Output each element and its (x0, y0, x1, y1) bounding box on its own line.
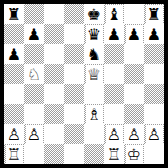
piece-black-rook: ♜ (6, 5, 23, 24)
square-f1[interactable]: ♖ (104, 144, 124, 164)
square-b2[interactable]: ♙ (24, 124, 44, 144)
piece-black-pawn: ♟ (126, 25, 143, 44)
square-a8[interactable]: ♜ (4, 4, 24, 24)
piece-black-knight: ♞ (86, 45, 103, 64)
square-g7[interactable]: ♟ (124, 24, 144, 44)
square-b3[interactable] (24, 104, 44, 124)
piece-black-pawn: ♟ (146, 25, 163, 44)
square-f2[interactable]: ♙ (104, 124, 124, 144)
square-d4[interactable] (64, 84, 84, 104)
square-g6[interactable] (124, 44, 144, 64)
square-e1[interactable] (84, 144, 104, 164)
square-b7[interactable]: ♟ (24, 24, 44, 44)
square-a7[interactable] (4, 24, 24, 44)
square-e7[interactable]: ♛ (84, 24, 104, 44)
square-c8[interactable] (44, 4, 64, 24)
piece-black-queen: ♛ (86, 25, 103, 44)
square-a6[interactable]: ♟ (4, 44, 24, 64)
square-e5[interactable]: ♕ (84, 64, 104, 84)
square-f3[interactable] (104, 104, 124, 124)
piece-white-king: ♔ (126, 145, 143, 164)
square-f8[interactable]: ♝ (104, 4, 124, 24)
square-c1[interactable] (44, 144, 64, 164)
square-h3[interactable] (144, 104, 164, 124)
square-c6[interactable] (44, 44, 64, 64)
square-a4[interactable] (4, 84, 24, 104)
square-h8[interactable]: ♜ (144, 4, 164, 24)
square-f6[interactable] (104, 44, 124, 64)
square-g8[interactable] (124, 4, 144, 24)
piece-white-bishop: ♗ (86, 105, 103, 124)
piece-black-king: ♚ (86, 5, 103, 24)
square-b4[interactable] (24, 84, 44, 104)
square-d7[interactable] (64, 24, 84, 44)
square-e8[interactable]: ♚ (84, 4, 104, 24)
square-d2[interactable] (64, 124, 84, 144)
square-a2[interactable]: ♙ (4, 124, 24, 144)
square-b5[interactable]: ♘ (24, 64, 44, 84)
piece-white-pawn: ♙ (26, 125, 43, 144)
square-b8[interactable] (24, 4, 44, 24)
square-d8[interactable] (64, 4, 84, 24)
square-a1[interactable]: ♖ (4, 144, 24, 164)
piece-white-rook: ♖ (106, 145, 123, 164)
square-e4[interactable] (84, 84, 104, 104)
square-c4[interactable] (44, 84, 64, 104)
piece-white-pawn: ♙ (146, 125, 163, 144)
square-f5[interactable] (104, 64, 124, 84)
square-d6[interactable] (64, 44, 84, 64)
square-e6[interactable]: ♞ (84, 44, 104, 64)
square-h5[interactable] (144, 64, 164, 84)
square-e2[interactable] (84, 124, 104, 144)
piece-black-pawn: ♟ (106, 25, 123, 44)
piece-black-rook: ♜ (146, 5, 163, 24)
piece-black-bishop: ♝ (106, 5, 123, 24)
square-g3[interactable] (124, 104, 144, 124)
piece-white-rook: ♖ (6, 145, 23, 164)
square-h2[interactable]: ♙ (144, 124, 164, 144)
square-g1[interactable]: ♔ (124, 144, 144, 164)
square-c7[interactable] (44, 24, 64, 44)
square-b1[interactable] (24, 144, 44, 164)
square-e3[interactable]: ♗ (84, 104, 104, 124)
piece-black-pawn: ♟ (26, 25, 43, 44)
square-b6[interactable] (24, 44, 44, 64)
square-d5[interactable] (64, 64, 84, 84)
square-d3[interactable] (64, 104, 84, 124)
piece-white-pawn: ♙ (106, 125, 123, 144)
piece-white-queen: ♕ (86, 65, 103, 84)
square-g2[interactable]: ♙ (124, 124, 144, 144)
square-f7[interactable]: ♟ (104, 24, 124, 44)
square-h1[interactable] (144, 144, 164, 164)
piece-black-pawn: ♟ (6, 45, 23, 64)
square-c3[interactable] (44, 104, 64, 124)
square-g5[interactable] (124, 64, 144, 84)
board-frame: ♜♚♝♜♟♛♟♟♟♟♞♘♕♗♙♙♙♙♙♖♖♔ (0, 0, 168, 168)
piece-white-knight: ♘ (26, 65, 43, 84)
piece-white-pawn: ♙ (6, 125, 23, 144)
square-a3[interactable] (4, 104, 24, 124)
square-c2[interactable] (44, 124, 64, 144)
square-g4[interactable] (124, 84, 144, 104)
square-h7[interactable]: ♟ (144, 24, 164, 44)
square-c5[interactable] (44, 64, 64, 84)
square-f4[interactable] (104, 84, 124, 104)
piece-white-pawn: ♙ (126, 125, 143, 144)
square-h6[interactable] (144, 44, 164, 64)
chess-board: ♜♚♝♜♟♛♟♟♟♟♞♘♕♗♙♙♙♙♙♖♖♔ (4, 4, 164, 164)
square-d1[interactable] (64, 144, 84, 164)
square-a5[interactable] (4, 64, 24, 84)
square-h4[interactable] (144, 84, 164, 104)
